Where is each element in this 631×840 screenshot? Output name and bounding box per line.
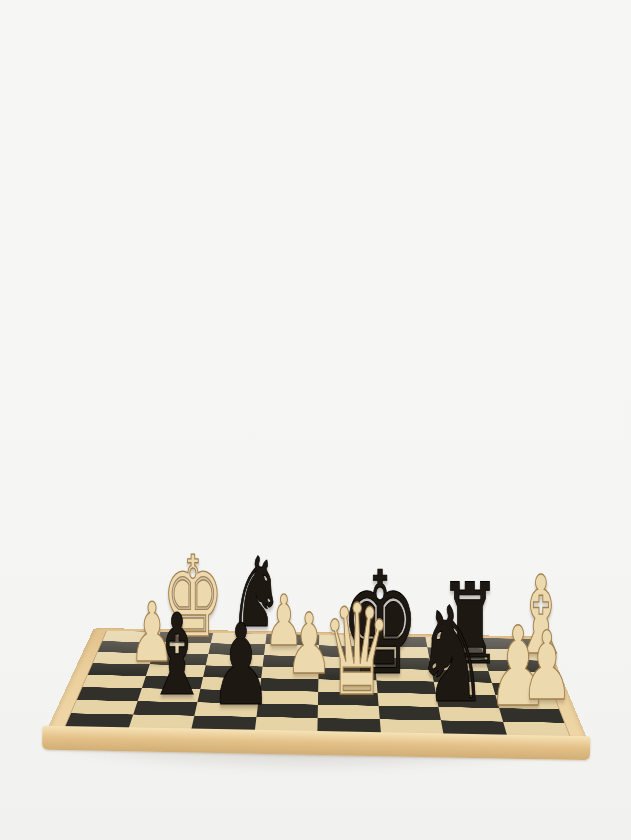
chess-set-product-photo: ♞♚♟♝♟♜♚♟♝♛♟♞♟♟ [0, 0, 631, 840]
pieces-layer: ♞♚♟♝♟♜♚♟♝♛♟♞♟♟ [0, 0, 631, 840]
black-knight-g3: ♞ [415, 589, 488, 721]
black-pawn-c3: ♟ [210, 609, 272, 721]
black-bishop-b4: ♝ [146, 599, 208, 711]
white-queen-f3: ♛ [322, 588, 392, 714]
white-pawn-g2: ♟ [521, 619, 574, 714]
